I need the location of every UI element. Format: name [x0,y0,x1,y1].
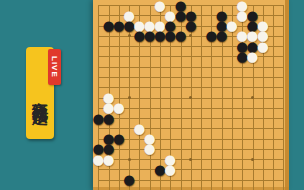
star-point [128,96,131,99]
grid-line-vertical [242,5,243,190]
grid-line-vertical [201,5,202,190]
star-point [251,158,254,161]
live-badge: LIVE [48,49,61,85]
grid-line-horizontal [98,149,283,150]
video-thumbnail: 高级死活题 LIVE ●●●●●●●●●●●●●●●●●●●●●●●●●●●●●… [0,0,304,190]
go-board[interactable]: ●●●●●●●●●●●●●●●●●●●●●●●●●●●●●●●●●●●●●●●●… [93,0,289,190]
star-point [189,158,192,161]
star-point [251,96,254,99]
grid-line-vertical [232,5,233,190]
star-point [128,34,131,37]
grid-line-vertical [273,5,274,190]
banner-title-text: 高级死活题 [26,88,54,98]
grid-line-horizontal [98,108,283,109]
grid-line-vertical [283,5,284,190]
grid-line-horizontal [98,118,283,119]
live-badge-text: LIVE [50,56,59,78]
star-point [189,96,192,99]
board-right-edge [285,0,289,190]
grid-line-horizontal [98,169,283,170]
star-point [189,34,192,37]
grid-line-vertical [211,5,212,190]
star-point [251,34,254,37]
grid-line-horizontal [98,139,283,140]
grid-line-horizontal [98,128,283,129]
grid-line-vertical [222,5,223,190]
star-point [128,158,131,161]
grid-line-horizontal [98,180,283,181]
grid-line-vertical [263,5,264,190]
